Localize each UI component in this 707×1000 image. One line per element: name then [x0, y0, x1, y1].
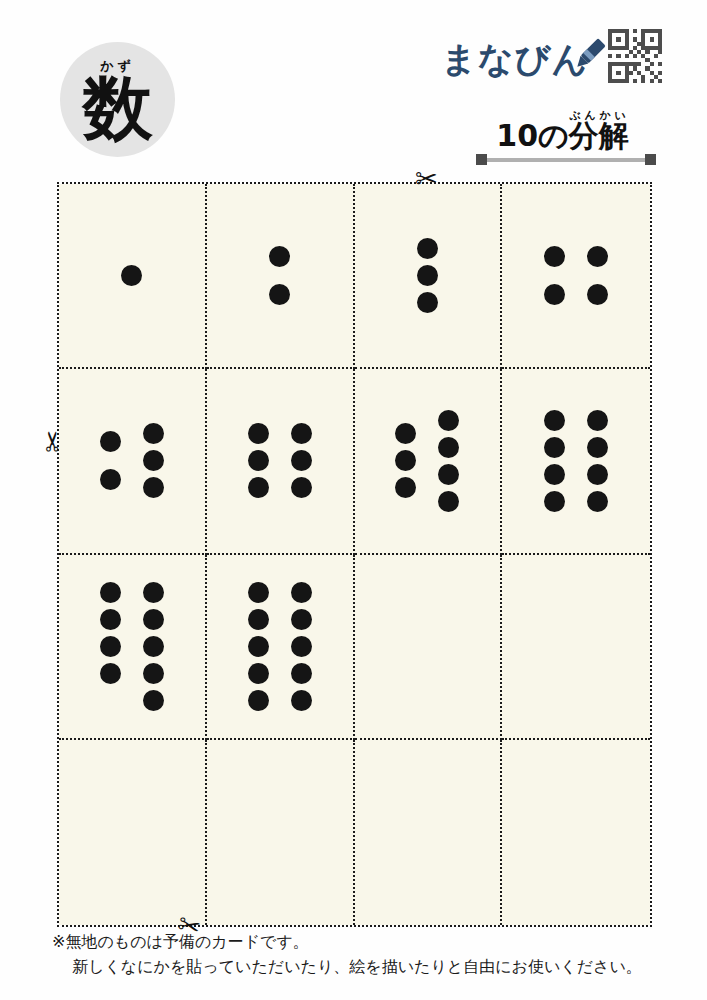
dot: [248, 609, 269, 630]
dot: [587, 246, 608, 267]
dot-column: [291, 582, 312, 711]
card-cell-9: [59, 555, 207, 740]
worksheet-title: 10の分解ぶんかい: [465, 110, 660, 155]
card-cell-16: [502, 740, 650, 925]
dot-column: [417, 238, 438, 313]
dot: [291, 663, 312, 684]
dot: [291, 450, 312, 471]
dot: [248, 477, 269, 498]
dot: [417, 265, 438, 286]
dot-group-1: [121, 265, 142, 286]
dot: [248, 690, 269, 711]
dot: [544, 437, 565, 458]
dot: [438, 464, 459, 485]
dot: [143, 477, 164, 498]
dot-column: [395, 423, 416, 498]
dot: [544, 246, 565, 267]
dot: [100, 636, 121, 657]
dot: [248, 663, 269, 684]
card-cell-10: [207, 555, 355, 740]
dot: [587, 437, 608, 458]
dot-group-7: [395, 410, 459, 512]
dot: [544, 464, 565, 485]
card-cell-7: [355, 369, 503, 554]
dot: [438, 410, 459, 431]
dot: [438, 491, 459, 512]
dot: [100, 582, 121, 603]
dot: [143, 690, 164, 711]
dot: [417, 292, 438, 313]
footer-note-1: ※無地のものは予備のカードです。: [52, 932, 309, 953]
card-cell-1: [59, 184, 207, 369]
dot: [438, 437, 459, 458]
card-cell-15: [355, 740, 503, 925]
card-cell-13: [59, 740, 207, 925]
dot: [587, 410, 608, 431]
dot-group-10: [248, 582, 312, 711]
dot: [395, 423, 416, 444]
card-cell-4: [502, 184, 650, 369]
pencil-icon: [567, 33, 611, 77]
dot-group-8: [544, 410, 608, 512]
dot-column: [587, 246, 608, 305]
dot: [248, 636, 269, 657]
dot-group-5: [100, 423, 164, 498]
dot: [544, 410, 565, 431]
dot: [291, 690, 312, 711]
dot: [587, 464, 608, 485]
scissors-icon-left: ✂: [39, 430, 66, 453]
dot: [291, 582, 312, 603]
dot-column: [587, 410, 608, 512]
dot: [248, 423, 269, 444]
dot: [269, 246, 290, 267]
title-prefix: 10の: [496, 118, 568, 153]
dot: [269, 284, 290, 305]
dot-column: [438, 410, 459, 512]
underline-cap-left: [476, 154, 487, 165]
subject-badge: かず 数: [60, 42, 175, 157]
dot: [291, 423, 312, 444]
dot: [587, 491, 608, 512]
dot-group-3: [417, 238, 438, 313]
dot: [143, 582, 164, 603]
dot: [100, 609, 121, 630]
dot-column: [100, 431, 121, 490]
title-kanji: 分解: [569, 118, 629, 153]
dot: [248, 450, 269, 471]
dot: [291, 636, 312, 657]
badge-kanji: 数: [83, 73, 153, 143]
worksheet-page: かず 数 まなびん 10の分解ぶんかい ✂ ✂ ✂ ※無地のものは予備のカードで…: [0, 0, 707, 1000]
card-cell-12: [502, 555, 650, 740]
dot-column: [291, 423, 312, 498]
dot: [291, 609, 312, 630]
dot: [100, 431, 121, 452]
dot-column: [121, 265, 142, 286]
underline-cap-right: [645, 154, 656, 165]
card-cell-5: [59, 369, 207, 554]
dot: [143, 423, 164, 444]
dot-group-6: [248, 423, 312, 498]
qr-code: [606, 27, 664, 85]
dot: [143, 450, 164, 471]
dot: [100, 663, 121, 684]
dot-column: [544, 246, 565, 305]
dot: [544, 491, 565, 512]
dot-column: [269, 246, 290, 305]
dot: [143, 663, 164, 684]
dot-column: [100, 582, 121, 684]
dot: [395, 477, 416, 498]
card-cell-8: [502, 369, 650, 554]
card-cell-11: [355, 555, 503, 740]
card-cell-6: [207, 369, 355, 554]
dot: [143, 636, 164, 657]
title-underline: [476, 154, 656, 165]
dot: [544, 284, 565, 305]
dot-group-9: [100, 582, 164, 711]
card-grid: [57, 182, 652, 927]
card-cell-2: [207, 184, 355, 369]
dot-column: [143, 423, 164, 498]
footer-note-2: 新しくなにかを貼っていただいたり、絵を描いたりと自由にお使いください。: [72, 957, 642, 978]
dot: [143, 609, 164, 630]
dot: [248, 582, 269, 603]
dot: [417, 238, 438, 259]
dot-column: [248, 582, 269, 711]
dot-group-4: [544, 246, 608, 305]
dot-column: [143, 582, 164, 711]
card-cell-3: [355, 184, 503, 369]
title-furigana: ぶんかい: [569, 109, 629, 122]
dot: [121, 265, 142, 286]
dot-column: [544, 410, 565, 512]
dot-column: [248, 423, 269, 498]
dot-group-2: [269, 246, 290, 305]
dot: [587, 284, 608, 305]
dot: [291, 477, 312, 498]
card-cell-14: [207, 740, 355, 925]
underline-bar: [487, 158, 645, 162]
scissors-icon-top: ✂: [415, 165, 438, 192]
dot: [395, 450, 416, 471]
dot: [100, 469, 121, 490]
